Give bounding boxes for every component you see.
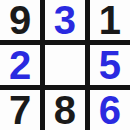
cell-r2c3[interactable]: 5 — [90, 45, 130, 85]
cell-r2c1[interactable]: 2 — [0, 45, 40, 85]
sudoku-board: 9 3 1 2 5 7 8 6 — [0, 0, 130, 130]
cell-r2c2[interactable] — [45, 45, 85, 85]
cell-r3c3[interactable]: 6 — [90, 90, 130, 130]
cell-r1c1[interactable]: 9 — [0, 0, 40, 40]
cell-r3c1[interactable]: 7 — [0, 90, 40, 130]
cell-r1c3[interactable]: 1 — [90, 0, 130, 40]
cell-r3c2[interactable]: 8 — [45, 90, 85, 130]
cell-r1c2[interactable]: 3 — [45, 0, 85, 40]
